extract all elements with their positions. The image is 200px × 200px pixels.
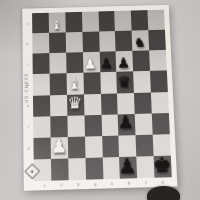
file-label: 4 [94, 182, 97, 187]
logo-diamond-icon: ✦ [24, 163, 40, 179]
white-queen-holder: ♛ [66, 93, 83, 114]
brand-logo: ✦ [26, 164, 39, 178]
board-square[interactable] [33, 137, 50, 159]
photo-scene: ♝♞♟♟♟♝♛♛♟♟♟♚ abcdefgh 12345678 US CHESS … [0, 0, 200, 200]
black-king[interactable]: ♚ [153, 154, 172, 175]
board-square[interactable] [34, 159, 51, 181]
file-label: 6 [127, 181, 130, 186]
black-pawn-holder: ♟ [114, 51, 133, 72]
black-pawn[interactable]: ♟ [117, 55, 130, 69]
white-bishop[interactable]: ♝ [67, 76, 81, 92]
black-pawn-holder: ♟ [116, 113, 135, 135]
rank-label: g [27, 146, 29, 150]
white-bishop-holder: ♝ [48, 12, 65, 32]
black-pawn-holder: ♟ [118, 155, 137, 178]
file-label: 8 [161, 180, 164, 185]
chess-board: ♝♞♟♟♟♝♛♛♟♟♟♚ abcdefgh 12345678 US CHESS … [22, 5, 177, 191]
black-knight-holder: ♞ [131, 30, 148, 51]
white-pawn[interactable]: ♟ [50, 136, 67, 156]
file-labels: 12345678 [36, 178, 171, 189]
board-square[interactable] [50, 137, 67, 159]
brand-text: US CHESS [24, 58, 33, 118]
black-queen-holder: ♛ [115, 71, 134, 92]
black-king-holder: ♚ [153, 154, 172, 177]
black-queen[interactable]: ♛ [117, 75, 131, 91]
white-pawn-holder: ♟ [50, 136, 68, 158]
board-square[interactable] [51, 158, 69, 180]
file-label: 7 [144, 180, 147, 185]
rank-label: h [28, 167, 30, 171]
board-square[interactable] [33, 116, 50, 138]
black-pawn[interactable]: ♟ [118, 155, 137, 176]
white-queen[interactable]: ♛ [67, 96, 82, 113]
file-label: 1 [43, 183, 46, 188]
black-pawn-holder: ♟ [98, 51, 115, 72]
logo-star-icon: ✦ [30, 168, 35, 174]
white-bishop-holder: ♝ [66, 73, 83, 94]
white-pawn-holder: ♟ [82, 52, 99, 73]
file-label: 5 [111, 181, 114, 186]
white-bishop[interactable]: ♝ [51, 19, 62, 31]
board-playing-area: ♝♞♟♟♟♝♛♛♟♟♟♚ [32, 10, 172, 181]
white-pawn[interactable]: ♟ [84, 56, 97, 70]
offboard-black-piece[interactable] [147, 186, 180, 200]
rank-label: a [26, 22, 28, 26]
rank-label: f [28, 125, 29, 129]
file-label: 2 [60, 183, 63, 188]
rank-label: b [26, 42, 28, 46]
file-label: 3 [77, 182, 80, 187]
black-knight[interactable]: ♞ [134, 36, 146, 49]
pieces-layer: ♝♞♟♟♟♝♛♛♟♟♟♚ [32, 10, 172, 181]
black-pawn[interactable]: ♟ [100, 56, 113, 70]
black-pawn[interactable]: ♟ [117, 114, 134, 132]
